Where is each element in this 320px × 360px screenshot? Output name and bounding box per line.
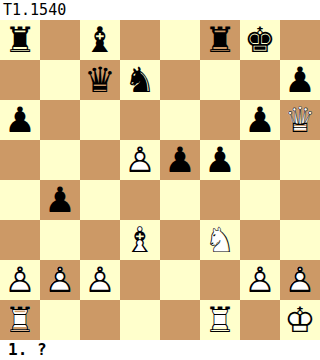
square-a8[interactable]: ♜ [0,20,40,60]
piece-white-pawn: ♟♙ [280,260,320,300]
square-c5[interactable] [80,140,120,180]
square-e2[interactable] [160,260,200,300]
square-b1[interactable] [40,300,80,340]
square-g2[interactable]: ♟♙ [240,260,280,300]
piece-black-rook: ♜ [200,20,240,60]
square-f3[interactable]: ♞♘ [200,220,240,260]
square-c6[interactable] [80,100,120,140]
piece-black-pawn: ♟ [0,100,40,140]
piece-white-king: ♚♔ [280,300,320,340]
square-b8[interactable] [40,20,80,60]
piece-black-queen: ♛ [80,60,120,100]
piece-black-pawn: ♟ [280,60,320,100]
piece-white-bishop: ♝♗ [120,220,160,260]
piece-white-rook: ♜♖ [0,300,40,340]
square-f2[interactable] [200,260,240,300]
square-d2[interactable] [120,260,160,300]
square-h5[interactable] [280,140,320,180]
square-f6[interactable] [200,100,240,140]
square-g6[interactable]: ♟ [240,100,280,140]
square-f1[interactable]: ♜♖ [200,300,240,340]
square-c4[interactable] [80,180,120,220]
square-b3[interactable] [40,220,80,260]
square-d3[interactable]: ♝♗ [120,220,160,260]
square-g1[interactable] [240,300,280,340]
piece-white-pawn: ♟♙ [120,140,160,180]
square-h8[interactable] [280,20,320,60]
square-b7[interactable] [40,60,80,100]
square-e5[interactable]: ♟ [160,140,200,180]
square-f8[interactable]: ♜ [200,20,240,60]
square-a4[interactable] [0,180,40,220]
move-prompt: 1. ? [0,340,320,360]
square-e7[interactable] [160,60,200,100]
square-f5[interactable]: ♟ [200,140,240,180]
piece-black-pawn: ♟ [240,100,280,140]
piece-white-pawn: ♟♙ [40,260,80,300]
piece-white-queen: ♛♕ [280,100,320,140]
piece-white-pawn: ♟♙ [80,260,120,300]
square-g4[interactable] [240,180,280,220]
piece-white-knight: ♞♘ [200,220,240,260]
square-c3[interactable] [80,220,120,260]
square-e8[interactable] [160,20,200,60]
square-d6[interactable] [120,100,160,140]
square-h1[interactable]: ♚♔ [280,300,320,340]
square-h4[interactable] [280,180,320,220]
square-e1[interactable] [160,300,200,340]
square-a3[interactable] [0,220,40,260]
square-e6[interactable] [160,100,200,140]
square-g3[interactable] [240,220,280,260]
piece-black-king: ♚ [240,20,280,60]
piece-white-rook: ♜♖ [200,300,240,340]
piece-white-pawn: ♟♙ [0,260,40,300]
square-d7[interactable]: ♞ [120,60,160,100]
square-h2[interactable]: ♟♙ [280,260,320,300]
square-e3[interactable] [160,220,200,260]
square-h6[interactable]: ♛♕ [280,100,320,140]
square-d4[interactable] [120,180,160,220]
square-a7[interactable] [0,60,40,100]
square-b5[interactable] [40,140,80,180]
puzzle-title: T1.1540 [0,0,320,20]
chess-board: ♜♝♜♚♛♞♟♟♟♛♕♟♙♟♟♟♝♗♞♘♟♙♟♙♟♙♟♙♟♙♜♖♜♖♚♔ [0,20,320,340]
square-d8[interactable] [120,20,160,60]
piece-black-rook: ♜ [0,20,40,60]
square-c7[interactable]: ♛ [80,60,120,100]
square-g5[interactable] [240,140,280,180]
square-h3[interactable] [280,220,320,260]
square-g7[interactable] [240,60,280,100]
square-c2[interactable]: ♟♙ [80,260,120,300]
square-h7[interactable]: ♟ [280,60,320,100]
square-c1[interactable] [80,300,120,340]
square-e4[interactable] [160,180,200,220]
piece-black-knight: ♞ [120,60,160,100]
square-a1[interactable]: ♜♖ [0,300,40,340]
square-a6[interactable]: ♟ [0,100,40,140]
square-g8[interactable]: ♚ [240,20,280,60]
piece-black-pawn: ♟ [160,140,200,180]
square-a5[interactable] [0,140,40,180]
chess-puzzle-page: T1.1540 ♜♝♜♚♛♞♟♟♟♛♕♟♙♟♟♟♝♗♞♘♟♙♟♙♟♙♟♙♟♙♜♖… [0,0,320,360]
piece-white-pawn: ♟♙ [240,260,280,300]
square-d5[interactable]: ♟♙ [120,140,160,180]
square-c8[interactable]: ♝ [80,20,120,60]
piece-black-pawn: ♟ [40,180,80,220]
square-d1[interactable] [120,300,160,340]
square-a2[interactable]: ♟♙ [0,260,40,300]
square-b2[interactable]: ♟♙ [40,260,80,300]
piece-black-bishop: ♝ [80,20,120,60]
square-f7[interactable] [200,60,240,100]
piece-black-pawn: ♟ [200,140,240,180]
square-f4[interactable] [200,180,240,220]
square-b6[interactable] [40,100,80,140]
square-b4[interactable]: ♟ [40,180,80,220]
